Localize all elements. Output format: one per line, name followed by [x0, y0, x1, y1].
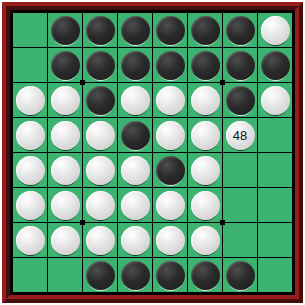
cell-c8[interactable] [83, 258, 117, 292]
disc-white [261, 16, 290, 45]
cell-g1[interactable] [223, 13, 257, 47]
cell-h7[interactable] [258, 223, 292, 257]
cell-b7[interactable] [48, 223, 82, 257]
cell-a4[interactable] [13, 118, 47, 152]
disc-black [86, 86, 115, 115]
disc-black [191, 51, 220, 80]
cell-h6[interactable] [258, 188, 292, 222]
cell-c7[interactable] [83, 223, 117, 257]
board-outer-frame: 48 [2, 2, 303, 303]
disc-black [51, 16, 80, 45]
disc-white [86, 191, 115, 220]
cell-d5[interactable] [118, 153, 152, 187]
cell-b6[interactable] [48, 188, 82, 222]
cell-e3[interactable] [153, 83, 187, 117]
disc-white-last-move: 48 [226, 121, 255, 150]
disc-white [156, 191, 185, 220]
cell-d3[interactable] [118, 83, 152, 117]
cell-e1[interactable] [153, 13, 187, 47]
disc-black [261, 51, 290, 80]
cell-a6[interactable] [13, 188, 47, 222]
cell-a2[interactable] [13, 48, 47, 82]
cell-g3[interactable] [223, 83, 257, 117]
disc-white [16, 156, 45, 185]
cell-h4[interactable] [258, 118, 292, 152]
cell-e2[interactable] [153, 48, 187, 82]
disc-black [191, 16, 220, 45]
board-inner-frame: 48 [10, 10, 295, 295]
cell-g5[interactable] [223, 153, 257, 187]
disc-white [191, 156, 220, 185]
disc-white [156, 226, 185, 255]
disc-white [121, 191, 150, 220]
cell-c1[interactable] [83, 13, 117, 47]
disc-white [16, 121, 45, 150]
disc-white [156, 86, 185, 115]
cell-a3[interactable] [13, 83, 47, 117]
cell-c6[interactable] [83, 188, 117, 222]
cell-a7[interactable] [13, 223, 47, 257]
cell-a5[interactable] [13, 153, 47, 187]
cell-d2[interactable] [118, 48, 152, 82]
cell-e8[interactable] [153, 258, 187, 292]
cell-f2[interactable] [188, 48, 222, 82]
cell-g7[interactable] [223, 223, 257, 257]
cell-b3[interactable] [48, 83, 82, 117]
disc-black [156, 156, 185, 185]
cell-b1[interactable] [48, 13, 82, 47]
disc-black [86, 16, 115, 45]
cell-h2[interactable] [258, 48, 292, 82]
cell-b2[interactable] [48, 48, 82, 82]
disc-white [121, 156, 150, 185]
cell-g2[interactable] [223, 48, 257, 82]
disc-white [86, 156, 115, 185]
disc-white [51, 191, 80, 220]
cell-g8[interactable] [223, 258, 257, 292]
disc-white [16, 226, 45, 255]
cell-f7[interactable] [188, 223, 222, 257]
cell-d4[interactable] [118, 118, 152, 152]
disc-white [16, 191, 45, 220]
cell-f3[interactable] [188, 83, 222, 117]
cell-h5[interactable] [258, 153, 292, 187]
disc-white [191, 86, 220, 115]
cell-e4[interactable] [153, 118, 187, 152]
disc-black [156, 261, 185, 290]
disc-black [226, 16, 255, 45]
disc-white [191, 121, 220, 150]
cell-c5[interactable] [83, 153, 117, 187]
board-grid: 48 [13, 13, 292, 292]
cell-g6[interactable] [223, 188, 257, 222]
disc-white [51, 156, 80, 185]
guide-dot [80, 220, 85, 225]
disc-white [51, 86, 80, 115]
disc-black [121, 16, 150, 45]
cell-e7[interactable] [153, 223, 187, 257]
disc-white [86, 226, 115, 255]
disc-white [191, 226, 220, 255]
cell-d8[interactable] [118, 258, 152, 292]
cell-d1[interactable] [118, 13, 152, 47]
disc-black [226, 261, 255, 290]
disc-black [121, 261, 150, 290]
cell-f4[interactable] [188, 118, 222, 152]
guide-dot [220, 80, 225, 85]
disc-black [156, 16, 185, 45]
disc-white [156, 121, 185, 150]
cell-f5[interactable] [188, 153, 222, 187]
disc-white [121, 226, 150, 255]
cell-f1[interactable] [188, 13, 222, 47]
disc-white [86, 121, 115, 150]
disc-white [51, 121, 80, 150]
cell-b4[interactable] [48, 118, 82, 152]
cell-h3[interactable] [258, 83, 292, 117]
cell-e6[interactable] [153, 188, 187, 222]
othello-app-window: 48 [0, 0, 305, 305]
cell-b8[interactable] [48, 258, 82, 292]
cell-c2[interactable] [83, 48, 117, 82]
disc-black [191, 261, 220, 290]
disc-white [16, 86, 45, 115]
cell-c3[interactable] [83, 83, 117, 117]
disc-black [86, 51, 115, 80]
disc-black [121, 51, 150, 80]
cell-e5[interactable] [153, 153, 187, 187]
cell-d7[interactable] [118, 223, 152, 257]
disc-black [86, 261, 115, 290]
disc-white [191, 191, 220, 220]
cell-a8[interactable] [13, 258, 47, 292]
cell-h8[interactable] [258, 258, 292, 292]
cell-b5[interactable] [48, 153, 82, 187]
disc-black [226, 51, 255, 80]
disc-black [156, 51, 185, 80]
disc-white [51, 226, 80, 255]
cell-h1[interactable] [258, 13, 292, 47]
cell-g4[interactable]: 48 [223, 118, 257, 152]
disc-black [226, 86, 255, 115]
guide-dot [220, 220, 225, 225]
cell-c4[interactable] [83, 118, 117, 152]
guide-dot [80, 80, 85, 85]
disc-black [121, 121, 150, 150]
cell-f6[interactable] [188, 188, 222, 222]
disc-white [121, 86, 150, 115]
cell-f8[interactable] [188, 258, 222, 292]
cell-a1[interactable] [13, 13, 47, 47]
disc-black [51, 51, 80, 80]
disc-white [261, 86, 290, 115]
cell-d6[interactable] [118, 188, 152, 222]
